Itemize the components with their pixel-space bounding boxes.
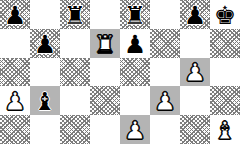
black-rook: ♜: [64, 3, 86, 28]
square-r3c4: [90, 58, 120, 87]
square-r4c7: [180, 86, 210, 115]
square-r3c5: [120, 58, 150, 87]
square-r4c2: ♝: [30, 86, 60, 115]
white-pawn: ♟: [124, 118, 146, 143]
square-r5c4: [90, 115, 120, 144]
square-r5c1: [0, 115, 30, 144]
square-r4c4: [90, 86, 120, 115]
square-r5c2: [30, 115, 60, 144]
black-rook: ♜: [124, 3, 146, 28]
square-r1c2: [30, 0, 60, 29]
white-bishop: ♝: [214, 118, 236, 143]
square-r1c5: ♜: [120, 0, 150, 29]
square-r1c8: ♚: [210, 0, 240, 29]
square-r2c5: ♟: [120, 29, 150, 58]
square-r3c1: [0, 58, 30, 87]
black-pawn: ♟: [184, 3, 206, 28]
white-pawn: ♟: [154, 89, 176, 114]
black-pawn: ♟: [34, 32, 56, 57]
square-r2c6: [150, 29, 180, 58]
square-r4c1: ♟: [0, 86, 30, 115]
white-pawn: ♟: [184, 60, 206, 85]
square-r3c6: [150, 58, 180, 87]
square-r3c2: [30, 58, 60, 87]
black-king: ♚: [214, 3, 236, 28]
square-r3c7: ♟: [180, 58, 210, 87]
square-r3c3: [60, 58, 90, 87]
black-bishop: ♝: [34, 89, 56, 114]
square-r1c6: [150, 0, 180, 29]
chess-board: ♟♜♜♟♚♟♜♟♟♟♝♟♟♝: [0, 0, 240, 144]
square-r1c1: ♟: [0, 0, 30, 29]
black-pawn: ♟: [124, 32, 146, 57]
white-rook: ♜: [94, 32, 116, 57]
square-r1c7: ♟: [180, 0, 210, 29]
square-r2c3: [60, 29, 90, 58]
square-r1c3: ♜: [60, 0, 90, 29]
square-r4c6: ♟: [150, 86, 180, 115]
square-r2c8: [210, 29, 240, 58]
white-pawn: ♟: [4, 89, 26, 114]
square-r2c1: [0, 29, 30, 58]
square-r5c3: [60, 115, 90, 144]
square-r4c3: [60, 86, 90, 115]
square-r4c5: [120, 86, 150, 115]
square-r5c6: [150, 115, 180, 144]
black-pawn: ♟: [4, 3, 26, 28]
square-r1c4: [90, 0, 120, 29]
square-r3c8: [210, 58, 240, 87]
square-r2c2: ♟: [30, 29, 60, 58]
square-r2c7: [180, 29, 210, 58]
square-r4c8: [210, 86, 240, 115]
square-r5c8: ♝: [210, 115, 240, 144]
square-r5c7: [180, 115, 210, 144]
square-r5c5: ♟: [120, 115, 150, 144]
square-r2c4: ♜: [90, 29, 120, 58]
